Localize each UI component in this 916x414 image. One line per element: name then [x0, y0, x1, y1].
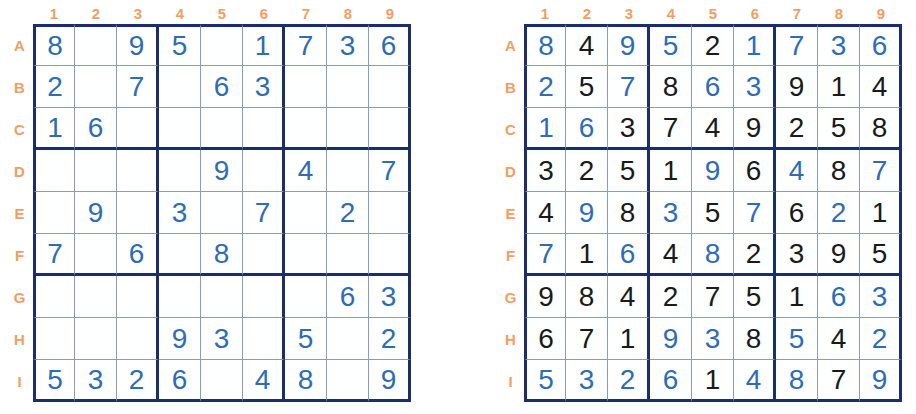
puzzle-cell-I9: 9 — [369, 360, 411, 402]
solution-cell-G7: 1 — [776, 276, 818, 318]
puzzle-col-label-8: 8 — [327, 2, 369, 24]
solution-digit-C3: 3 — [620, 112, 636, 144]
solution-digit-H9: 2 — [872, 323, 888, 355]
solution-digit-G3: 4 — [620, 281, 636, 313]
solution-cell-A5: 2 — [692, 24, 734, 66]
solution-cell-A2: 4 — [566, 24, 608, 66]
puzzle-digit-E4: 3 — [172, 197, 188, 229]
solution-digit-H8: 4 — [831, 323, 847, 355]
puzzle-cell-C5 — [201, 108, 243, 150]
puzzle-digit-I4: 6 — [172, 364, 188, 396]
solution-cell-B5: 6 — [692, 66, 734, 108]
puzzle-cell-H1 — [33, 318, 75, 360]
solution-cell-C1: 1 — [524, 108, 566, 150]
solution-cell-E6: 7 — [734, 192, 776, 234]
puzzle-digit-C1: 1 — [47, 112, 63, 144]
solution-digit-I4: 6 — [663, 364, 679, 396]
puzzle-cell-H8 — [327, 318, 369, 360]
solution-cell-I1: 5 — [524, 360, 566, 402]
solution-cell-A1: 8 — [524, 24, 566, 66]
puzzle-digit-A8: 3 — [340, 30, 356, 62]
puzzle-digit-H4: 9 — [172, 323, 188, 355]
puzzle-col-label-1: 1 — [33, 2, 75, 24]
solution-digit-B4: 8 — [663, 71, 679, 103]
solution-cell-A7: 7 — [776, 24, 818, 66]
puzzle-digit-A4: 5 — [172, 30, 188, 62]
puzzle-cell-B4 — [159, 66, 201, 108]
solution-cell-G2: 8 — [566, 276, 608, 318]
solution-digit-C8: 5 — [831, 112, 847, 144]
puzzle-cell-F2 — [75, 234, 117, 276]
puzzle-col-label-9: 9 — [369, 2, 411, 24]
puzzle-digit-F5: 8 — [214, 238, 230, 270]
solution-cell-F2: 1 — [566, 234, 608, 276]
solution-cell-H1: 6 — [524, 318, 566, 360]
solution-row-label-B: B — [497, 66, 524, 108]
puzzle-digit-D5: 9 — [214, 155, 230, 187]
solution-row-label-C: C — [497, 108, 524, 150]
solution-row-label-I: I — [497, 360, 524, 402]
puzzle-digit-D7: 4 — [298, 155, 314, 187]
puzzle-cell-E6: 7 — [243, 192, 285, 234]
puzzle-digit-C2: 6 — [88, 112, 104, 144]
solution-cell-E8: 2 — [818, 192, 860, 234]
solution-digit-A2: 4 — [579, 30, 595, 62]
solution-digit-A3: 9 — [620, 30, 636, 62]
solution-digit-D9: 7 — [872, 155, 888, 187]
solution-cell-F5: 8 — [692, 234, 734, 276]
solution-digit-F5: 8 — [705, 238, 721, 270]
solution-digit-D7: 4 — [789, 155, 805, 187]
solution-digit-H5: 3 — [705, 323, 721, 355]
puzzle-col-label-5: 5 — [201, 2, 243, 24]
solution-digit-E6: 7 — [746, 197, 762, 229]
solution-digit-E5: 5 — [705, 197, 721, 229]
puzzle-digit-D9: 7 — [381, 155, 397, 187]
solution-cell-C2: 6 — [566, 108, 608, 150]
solution-cell-G5: 7 — [692, 276, 734, 318]
solution-cell-E3: 8 — [608, 192, 650, 234]
solution-digit-C4: 7 — [663, 112, 679, 144]
puzzle-cell-E9 — [369, 192, 411, 234]
solution-cell-C4: 7 — [650, 108, 692, 150]
puzzle-row-label-F: F — [6, 234, 33, 276]
solution-cell-C5: 4 — [692, 108, 734, 150]
solution-cell-D5: 9 — [692, 150, 734, 192]
solution-digit-I3: 2 — [620, 364, 636, 396]
puzzle-cell-G4 — [159, 276, 201, 318]
solution-col-label-7: 7 — [776, 2, 818, 24]
solution-cell-F8: 9 — [818, 234, 860, 276]
puzzle-digit-A6: 1 — [255, 30, 271, 62]
solution-cell-C9: 8 — [860, 108, 902, 150]
solution-digit-H1: 6 — [538, 323, 554, 355]
solution-cell-E1: 4 — [524, 192, 566, 234]
solution-cell-A9: 6 — [860, 24, 902, 66]
solution-cell-G1: 9 — [524, 276, 566, 318]
puzzle-cell-D1 — [33, 150, 75, 192]
puzzle-cell-I1: 5 — [33, 360, 75, 402]
solution-digit-B2: 5 — [579, 71, 595, 103]
solution-digit-C5: 4 — [705, 112, 721, 144]
solution-cell-I6: 4 — [734, 360, 776, 402]
puzzle-cell-I7: 8 — [285, 360, 327, 402]
solution-cell-F3: 6 — [608, 234, 650, 276]
solution-digit-F2: 1 — [579, 238, 595, 270]
solution-digit-E3: 8 — [620, 197, 636, 229]
solution-digit-I1: 5 — [538, 364, 554, 396]
solution-digit-H2: 7 — [579, 323, 595, 355]
solution-cell-B4: 8 — [650, 66, 692, 108]
puzzle-cell-G7 — [285, 276, 327, 318]
solution-digit-G9: 3 — [872, 281, 888, 313]
puzzle-corner-spacer — [6, 2, 33, 24]
puzzle-col-label-4: 4 — [159, 2, 201, 24]
puzzle-digit-B5: 6 — [214, 71, 230, 103]
puzzle-row-label-A: A — [6, 24, 33, 66]
puzzle-digit-H7: 5 — [298, 323, 314, 355]
solution-digit-D4: 1 — [663, 155, 679, 187]
solution-cell-A6: 1 — [734, 24, 776, 66]
puzzle-cell-C4 — [159, 108, 201, 150]
puzzle-cell-B6: 3 — [243, 66, 285, 108]
puzzle-cell-A4: 5 — [159, 24, 201, 66]
puzzle-cell-G2 — [75, 276, 117, 318]
solution-digit-I9: 9 — [872, 364, 888, 396]
solution-digit-B3: 7 — [620, 71, 636, 103]
solution-cell-H5: 3 — [692, 318, 734, 360]
solution-digit-I5: 1 — [705, 364, 721, 396]
solution-digit-F7: 3 — [789, 238, 805, 270]
solution-board: 123456789A849521736B257863914C163749258D… — [497, 2, 902, 414]
solution-digit-B9: 4 — [872, 71, 888, 103]
puzzle-cell-A3: 9 — [117, 24, 159, 66]
solution-digit-F6: 2 — [746, 238, 762, 270]
puzzle-cell-B9 — [369, 66, 411, 108]
puzzle-cell-F7 — [285, 234, 327, 276]
puzzle-cell-I8 — [327, 360, 369, 402]
puzzle-row-label-E: E — [6, 192, 33, 234]
puzzle-digit-F1: 7 — [47, 238, 63, 270]
solution-cell-G6: 5 — [734, 276, 776, 318]
solution-row-label-A: A — [497, 24, 524, 66]
puzzle-cell-C3 — [117, 108, 159, 150]
solution-col-label-9: 9 — [860, 2, 902, 24]
puzzle-cell-C6 — [243, 108, 285, 150]
puzzle-digit-I7: 8 — [298, 364, 314, 396]
solution-cell-E7: 6 — [776, 192, 818, 234]
solution-digit-A8: 3 — [831, 30, 847, 62]
solution-cell-H6: 8 — [734, 318, 776, 360]
puzzle-cell-H2 — [75, 318, 117, 360]
solution-row-label-G: G — [497, 276, 524, 318]
puzzle-cell-B1: 2 — [33, 66, 75, 108]
puzzle-cell-I6: 4 — [243, 360, 285, 402]
solution-digit-H7: 5 — [789, 323, 805, 355]
solution-digit-C7: 2 — [789, 112, 805, 144]
puzzle-digit-E8: 2 — [340, 197, 356, 229]
solution-digit-C9: 8 — [872, 112, 888, 144]
solution-cell-D9: 7 — [860, 150, 902, 192]
puzzle-col-label-6: 6 — [243, 2, 285, 24]
solution-cell-H9: 2 — [860, 318, 902, 360]
solution-digit-F8: 9 — [831, 238, 847, 270]
solution-digit-D8: 8 — [831, 155, 847, 187]
solution-cell-F6: 2 — [734, 234, 776, 276]
solution-digit-E9: 1 — [872, 197, 888, 229]
puzzle-cell-E3 — [117, 192, 159, 234]
solution-cell-B1: 2 — [524, 66, 566, 108]
puzzle-digit-A9: 6 — [381, 30, 397, 62]
puzzle-cell-G1 — [33, 276, 75, 318]
solution-digit-F3: 6 — [620, 238, 636, 270]
puzzle-digit-H5: 3 — [214, 323, 230, 355]
puzzle-cell-G8: 6 — [327, 276, 369, 318]
puzzle-cell-B3: 7 — [117, 66, 159, 108]
puzzle-digit-F3: 6 — [129, 238, 145, 270]
puzzle-cell-I4: 6 — [159, 360, 201, 402]
solution-digit-G1: 9 — [538, 281, 554, 313]
solution-digit-A1: 8 — [538, 30, 554, 62]
solution-cell-H8: 4 — [818, 318, 860, 360]
puzzle-cell-A2 — [75, 24, 117, 66]
puzzle-cell-F1: 7 — [33, 234, 75, 276]
solution-digit-E2: 9 — [579, 197, 595, 229]
solution-col-label-3: 3 — [608, 2, 650, 24]
puzzle-digit-B3: 7 — [129, 71, 145, 103]
puzzle-digit-I3: 2 — [129, 364, 145, 396]
puzzle-digit-I6: 4 — [255, 364, 271, 396]
solution-digit-B1: 2 — [538, 71, 554, 103]
solution-digit-F1: 7 — [538, 238, 554, 270]
solution-digit-C2: 6 — [579, 112, 595, 144]
solution-digit-B6: 3 — [746, 71, 762, 103]
solution-cell-C7: 2 — [776, 108, 818, 150]
puzzle-cell-D9: 7 — [369, 150, 411, 192]
puzzle-cell-F9 — [369, 234, 411, 276]
solution-corner-spacer — [497, 2, 524, 24]
solution-cell-I4: 6 — [650, 360, 692, 402]
puzzle-cell-D2 — [75, 150, 117, 192]
solution-cell-F9: 5 — [860, 234, 902, 276]
solution-cell-D6: 6 — [734, 150, 776, 192]
solution-digit-H4: 9 — [663, 323, 679, 355]
puzzle-row-label-B: B — [6, 66, 33, 108]
solution-digit-I2: 3 — [579, 364, 595, 396]
puzzle-cell-E7 — [285, 192, 327, 234]
puzzle-cell-B7 — [285, 66, 327, 108]
puzzle-digit-I2: 3 — [88, 364, 104, 396]
solution-digit-I7: 8 — [789, 364, 805, 396]
solution-digit-D2: 2 — [579, 155, 595, 187]
puzzle-row-label-C: C — [6, 108, 33, 150]
puzzle-digit-A7: 7 — [298, 30, 314, 62]
solution-cell-I8: 7 — [818, 360, 860, 402]
solution-digit-G8: 6 — [831, 281, 847, 313]
puzzle-digit-I9: 9 — [381, 364, 397, 396]
solution-cell-D1: 3 — [524, 150, 566, 192]
puzzle-cell-E8: 2 — [327, 192, 369, 234]
puzzle-digit-G9: 3 — [381, 281, 397, 313]
solution-cell-D4: 1 — [650, 150, 692, 192]
solution-digit-A7: 7 — [789, 30, 805, 62]
puzzle-cell-A6: 1 — [243, 24, 285, 66]
puzzle-board: 123456789A8951736B2763C16D947E9372F768G6… — [6, 2, 411, 414]
puzzle-cell-F8 — [327, 234, 369, 276]
solution-cell-E9: 1 — [860, 192, 902, 234]
puzzle-row-label-G: G — [6, 276, 33, 318]
solution-cell-G9: 3 — [860, 276, 902, 318]
solution-cell-E2: 9 — [566, 192, 608, 234]
puzzle-cell-D3 — [117, 150, 159, 192]
solution-digit-E4: 3 — [663, 197, 679, 229]
solution-digit-B5: 6 — [705, 71, 721, 103]
solution-digit-A6: 1 — [746, 30, 762, 62]
solution-cell-I5: 1 — [692, 360, 734, 402]
solution-cell-I7: 8 — [776, 360, 818, 402]
puzzle-cell-F3: 6 — [117, 234, 159, 276]
solution-digit-I6: 4 — [746, 364, 762, 396]
puzzle-cell-F6 — [243, 234, 285, 276]
puzzle-col-label-7: 7 — [285, 2, 327, 24]
puzzle-col-label-3: 3 — [117, 2, 159, 24]
puzzle-cell-E2: 9 — [75, 192, 117, 234]
solution-cell-F4: 4 — [650, 234, 692, 276]
solution-cell-D3: 5 — [608, 150, 650, 192]
solution-row-label-E: E — [497, 192, 524, 234]
solution-digit-G7: 1 — [789, 281, 805, 313]
solution-cell-B8: 1 — [818, 66, 860, 108]
solution-digit-G5: 7 — [705, 281, 721, 313]
solution-cell-I9: 9 — [860, 360, 902, 402]
solution-digit-E7: 6 — [789, 197, 805, 229]
solution-digit-G2: 8 — [579, 281, 595, 313]
puzzle-digit-E6: 7 — [255, 197, 271, 229]
puzzle-cell-D8 — [327, 150, 369, 192]
puzzle-digit-G8: 6 — [340, 281, 356, 313]
puzzle-row-label-I: I — [6, 360, 33, 402]
puzzle-cell-D5: 9 — [201, 150, 243, 192]
solution-digit-C1: 1 — [538, 112, 554, 144]
solution-cell-C6: 9 — [734, 108, 776, 150]
puzzle-cell-G6 — [243, 276, 285, 318]
solution-digit-D5: 9 — [705, 155, 721, 187]
solution-digit-D6: 6 — [746, 155, 762, 187]
solution-digit-F4: 4 — [663, 238, 679, 270]
puzzle-cell-A7: 7 — [285, 24, 327, 66]
solution-cell-C8: 5 — [818, 108, 860, 150]
puzzle-cell-C2: 6 — [75, 108, 117, 150]
puzzle-cell-E5 — [201, 192, 243, 234]
puzzle-row-label-D: D — [6, 150, 33, 192]
solution-digit-H3: 1 — [620, 323, 636, 355]
solution-col-label-5: 5 — [692, 2, 734, 24]
puzzle-digit-E2: 9 — [88, 197, 104, 229]
puzzle-cell-D4 — [159, 150, 201, 192]
solution-col-label-6: 6 — [734, 2, 776, 24]
puzzle-cell-D6 — [243, 150, 285, 192]
solution-digit-G6: 5 — [746, 281, 762, 313]
puzzle-cell-H4: 9 — [159, 318, 201, 360]
solution-cell-B7: 9 — [776, 66, 818, 108]
puzzle-digit-B6: 3 — [255, 71, 271, 103]
solution-digit-D3: 5 — [620, 155, 636, 187]
solution-cell-D2: 2 — [566, 150, 608, 192]
solution-cell-D8: 8 — [818, 150, 860, 192]
solution-cell-H2: 7 — [566, 318, 608, 360]
solution-cell-E4: 3 — [650, 192, 692, 234]
puzzle-cell-G3 — [117, 276, 159, 318]
solution-cell-D7: 4 — [776, 150, 818, 192]
puzzle-cell-G5 — [201, 276, 243, 318]
solution-digit-A4: 5 — [663, 30, 679, 62]
puzzle-cell-H5: 3 — [201, 318, 243, 360]
puzzle-digit-B1: 2 — [47, 71, 63, 103]
solution-digit-B8: 1 — [831, 71, 847, 103]
solution-col-label-1: 1 — [524, 2, 566, 24]
puzzle-cell-D7: 4 — [285, 150, 327, 192]
solution-cell-G4: 2 — [650, 276, 692, 318]
puzzle-cell-A1: 8 — [33, 24, 75, 66]
solution-digit-E8: 2 — [831, 197, 847, 229]
solution-cell-G8: 6 — [818, 276, 860, 318]
solution-digit-C6: 9 — [746, 112, 762, 144]
puzzle-cell-C9 — [369, 108, 411, 150]
puzzle-cell-A8: 3 — [327, 24, 369, 66]
puzzle-row-label-H: H — [6, 318, 33, 360]
solution-cell-H4: 9 — [650, 318, 692, 360]
puzzle-cell-H7: 5 — [285, 318, 327, 360]
solution-digit-A9: 6 — [872, 30, 888, 62]
puzzle-cell-C7 — [285, 108, 327, 150]
solution-cell-B9: 4 — [860, 66, 902, 108]
solution-digit-I8: 7 — [831, 364, 847, 396]
solution-cell-C3: 3 — [608, 108, 650, 150]
solution-cell-F1: 7 — [524, 234, 566, 276]
solution-digit-D1: 3 — [538, 155, 554, 187]
puzzle-col-label-2: 2 — [75, 2, 117, 24]
solution-cell-F7: 3 — [776, 234, 818, 276]
solution-digit-B7: 9 — [789, 71, 805, 103]
puzzle-cell-C8 — [327, 108, 369, 150]
puzzle-digit-A1: 8 — [47, 30, 63, 62]
puzzle-cell-G9: 3 — [369, 276, 411, 318]
solution-cell-H7: 5 — [776, 318, 818, 360]
solution-row-label-F: F — [497, 234, 524, 276]
solution-cell-B6: 3 — [734, 66, 776, 108]
puzzle-digit-H9: 2 — [381, 323, 397, 355]
solution-cell-I2: 3 — [566, 360, 608, 402]
puzzle-digit-A3: 9 — [129, 30, 145, 62]
sudoku-page: 123456789A8951736B2763C16D947E9372F768G6… — [0, 0, 916, 414]
puzzle-cell-B8 — [327, 66, 369, 108]
solution-cell-B3: 7 — [608, 66, 650, 108]
puzzle-cell-A9: 6 — [369, 24, 411, 66]
puzzle-cell-H6 — [243, 318, 285, 360]
solution-col-label-2: 2 — [566, 2, 608, 24]
solution-cell-A4: 5 — [650, 24, 692, 66]
solution-col-label-4: 4 — [650, 2, 692, 24]
solution-cell-H3: 1 — [608, 318, 650, 360]
solution-cell-A8: 3 — [818, 24, 860, 66]
puzzle-cell-I5 — [201, 360, 243, 402]
puzzle-cell-B2 — [75, 66, 117, 108]
puzzle-cell-I3: 2 — [117, 360, 159, 402]
puzzle-cell-A5 — [201, 24, 243, 66]
puzzle-cell-C1: 1 — [33, 108, 75, 150]
solution-digit-G4: 2 — [663, 281, 679, 313]
solution-row-label-H: H — [497, 318, 524, 360]
